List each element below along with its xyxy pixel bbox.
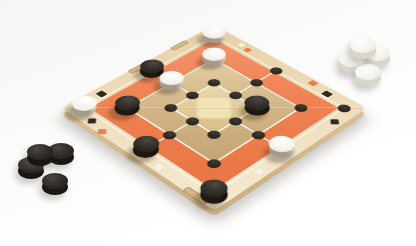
point-e4[interactable]	[226, 90, 244, 101]
point-b2[interactable]	[204, 157, 224, 170]
white-reserve-disc[interactable]	[350, 37, 376, 53]
point-d5[interactable]	[184, 90, 202, 101]
point-e5[interactable]	[205, 77, 223, 87]
black-reserve-disc[interactable]	[42, 173, 68, 189]
piece-white-d6[interactable]	[155, 73, 189, 93]
point-g4[interactable]	[267, 66, 285, 76]
point-c5[interactable]	[161, 102, 179, 113]
piece-black-b6[interactable]	[110, 97, 145, 118]
piece-white-a7[interactable]	[66, 97, 101, 118]
board-points	[61, 25, 366, 211]
piece-white-f6[interactable]	[197, 49, 230, 68]
white-reserve-disc[interactable]	[355, 64, 381, 80]
piece-white-g7[interactable]	[198, 27, 230, 45]
point-c4[interactable]	[183, 116, 202, 127]
black-reserve-disc[interactable]	[27, 144, 53, 160]
point-f2[interactable]	[292, 102, 310, 113]
point-d2[interactable]	[249, 129, 268, 141]
morris-board	[106, 0, 322, 216]
scene	[0, 0, 416, 246]
point-g1[interactable]	[335, 103, 353, 114]
point-f4[interactable]	[247, 77, 265, 87]
piece-black-a4[interactable]	[127, 137, 164, 160]
point-c3[interactable]	[205, 129, 224, 141]
point-b4[interactable]	[160, 129, 179, 141]
board-surface	[61, 25, 366, 211]
piece-black-e3[interactable]	[240, 97, 275, 118]
